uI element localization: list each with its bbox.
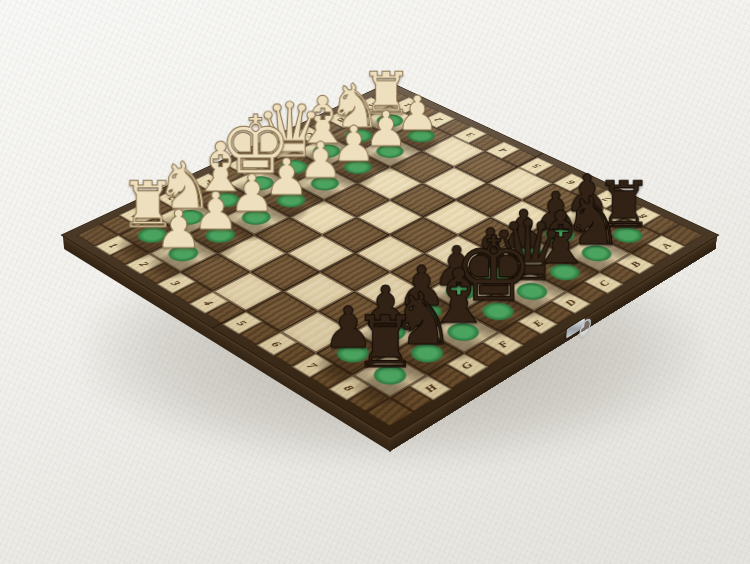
black-rook-glyph: ♜ <box>335 306 435 377</box>
square-d4 <box>357 200 424 235</box>
border-right-file-label: C <box>596 278 612 287</box>
scene-3d: 1234567812345678ABCDEFGHABCDEFGH♜♞♝♛♚♝♞♜… <box>0 0 750 564</box>
border-bottom-rank-label: 5 <box>235 319 250 327</box>
border-right-file-label: A <box>658 241 674 249</box>
border-top-rank-label: 4 <box>496 147 509 153</box>
border-right-file-label: B <box>627 260 643 268</box>
border-top-rank-label: 3 <box>464 132 477 138</box>
photo-stage: 1234567812345678ABCDEFGHABCDEFGH♜♞♝♛♚♝♞♜… <box>0 0 750 564</box>
border-bottom-rank-label: 6 <box>269 339 284 348</box>
white-pawn-glyph: ♟ <box>133 203 224 256</box>
border-bottom-rank-label: 4 <box>201 298 216 306</box>
chess-board: 1234567812345678ABCDEFGHABCDEFGH♜♞♝♛♚♝♞♜… <box>62 82 718 437</box>
border-top-rank-label: 5 <box>530 163 543 170</box>
